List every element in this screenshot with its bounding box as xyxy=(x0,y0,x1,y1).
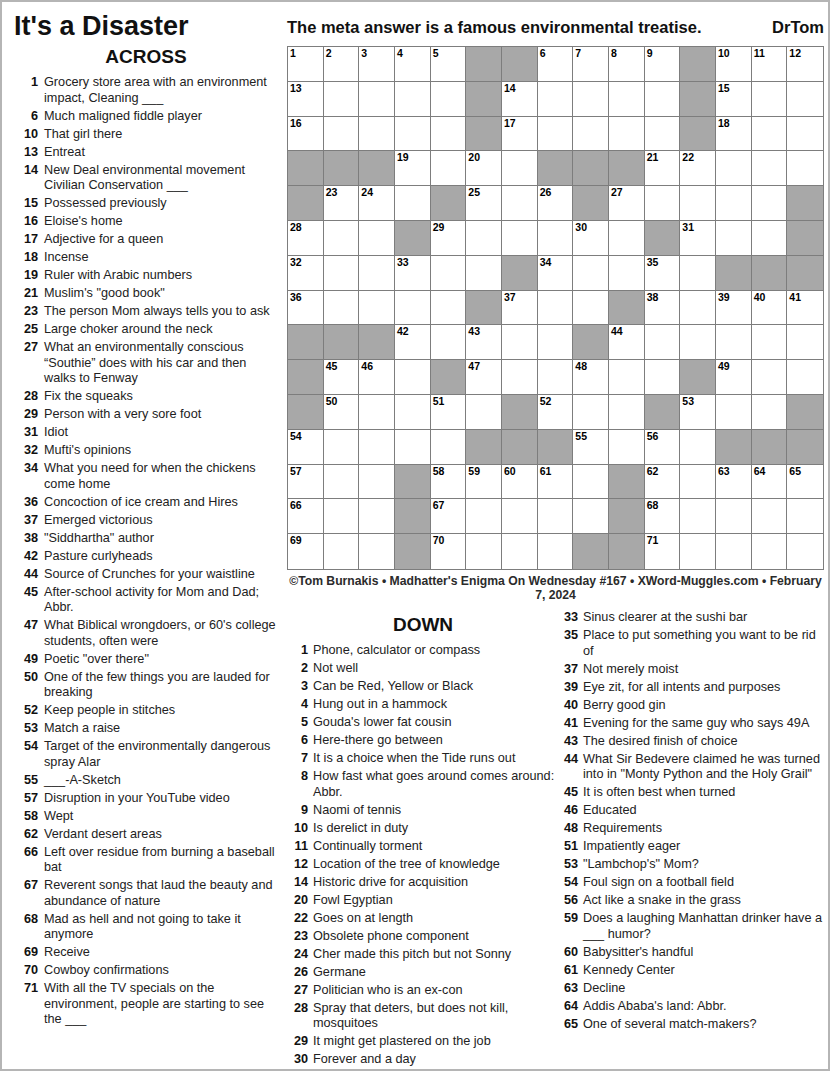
grid-cell[interactable]: 16 xyxy=(288,117,324,152)
grid-cell[interactable] xyxy=(359,534,395,569)
grid-cell[interactable] xyxy=(716,499,752,534)
down-clue: 65One of several match-makers? xyxy=(559,1017,824,1033)
down-clue: 27Politician who is an ex-con xyxy=(287,983,559,999)
grid-cell[interactable] xyxy=(716,186,752,221)
clue-text: Source of Crunches for your waistline xyxy=(44,567,255,581)
grid-cell[interactable]: 57 xyxy=(288,465,324,500)
grid-cell[interactable] xyxy=(538,82,574,117)
cell-number: 35 xyxy=(647,256,659,268)
clue-text: Left over residue from burning a basebal… xyxy=(44,845,275,875)
grid-cell[interactable]: 55 xyxy=(573,430,609,465)
grid-cell[interactable] xyxy=(645,186,681,221)
across-clue: 25Large choker around the neck xyxy=(12,322,280,338)
grid-cell[interactable] xyxy=(395,186,431,221)
grid-cell[interactable] xyxy=(502,325,538,360)
cell-number: 26 xyxy=(540,186,552,198)
cell-number: 61 xyxy=(540,465,552,477)
grid-cell[interactable]: 32 xyxy=(288,256,324,291)
grid-cell[interactable]: 30 xyxy=(573,221,609,256)
down-clue: 56Act like a snake in the grass xyxy=(559,893,824,909)
black-cell xyxy=(324,151,360,186)
grid-cell[interactable] xyxy=(752,117,788,152)
clue-number: 14 xyxy=(287,875,308,891)
grid-cell[interactable] xyxy=(716,151,752,186)
grid-cell[interactable]: 36 xyxy=(288,291,324,326)
down-clue: 64Addis Ababa's land: Abbr. xyxy=(559,999,824,1015)
grid-cell[interactable] xyxy=(502,151,538,186)
clue-number: 64 xyxy=(559,999,578,1015)
clue-text: Forever and a day xyxy=(313,1052,416,1066)
across-clue: 1Grocery store area with an environment … xyxy=(12,75,280,106)
grid-cell[interactable] xyxy=(680,186,716,221)
grid-cell[interactable] xyxy=(716,221,752,256)
clue-number: 18 xyxy=(12,250,38,266)
clue-text: Reverent songs that laud the beauty and … xyxy=(44,878,273,908)
grid-cell[interactable] xyxy=(573,82,609,117)
across-clue: 66Left over residue from burning a baseb… xyxy=(12,845,280,876)
grid-cell[interactable] xyxy=(609,221,645,256)
clue-text: Politician who is an ex-con xyxy=(313,983,463,997)
grid-cell[interactable] xyxy=(395,117,431,152)
clue-text: Can be Red, Yellow or Black xyxy=(313,679,473,693)
black-cell xyxy=(573,534,609,569)
grid-cell[interactable] xyxy=(395,395,431,430)
grid-cell[interactable] xyxy=(431,325,467,360)
down-clue: 1Phone, calculator or compass xyxy=(287,643,559,659)
puzzle-main: The meta answer is a famous environmenta… xyxy=(287,10,824,1070)
grid-cell[interactable] xyxy=(609,117,645,152)
grid-cell[interactable]: 17 xyxy=(502,117,538,152)
grid-cell[interactable] xyxy=(502,186,538,221)
grid-cell[interactable] xyxy=(395,291,431,326)
grid-cell[interactable] xyxy=(752,534,788,569)
clue-number: 14 xyxy=(12,163,38,179)
black-cell xyxy=(395,534,431,569)
across-clue: 10That girl there xyxy=(12,127,280,143)
cell-number: 25 xyxy=(468,186,480,198)
grid-cell[interactable] xyxy=(573,465,609,500)
grid-cell[interactable] xyxy=(538,360,574,395)
grid-cell[interactable]: 8 xyxy=(609,47,645,82)
clue-number: 44 xyxy=(12,567,38,583)
black-cell xyxy=(538,151,574,186)
grid-cell[interactable]: 33 xyxy=(395,256,431,291)
across-clue: 55___-A-Sketch xyxy=(12,773,280,789)
down-clue: 39Eye zit, for all intents and purposes xyxy=(559,680,824,696)
across-clue: 29Person with a very sore foot xyxy=(12,407,280,423)
clue-text: Addis Ababa's land: Abbr. xyxy=(583,999,727,1013)
grid-cell[interactable] xyxy=(466,221,502,256)
grid-cell[interactable] xyxy=(395,430,431,465)
grid-cell[interactable] xyxy=(324,430,360,465)
grid-cell[interactable] xyxy=(359,221,395,256)
grid-cell[interactable] xyxy=(752,325,788,360)
grid-cell[interactable] xyxy=(645,82,681,117)
clue-text: "Siddhartha" author xyxy=(44,531,154,545)
grid-cell[interactable]: 10 xyxy=(716,47,752,82)
cell-number: 53 xyxy=(682,395,694,407)
clue-text: Keep people in stitches xyxy=(44,703,175,717)
grid-cell[interactable] xyxy=(609,395,645,430)
grid-cell[interactable] xyxy=(752,360,788,395)
grid-cell[interactable]: 43 xyxy=(466,325,502,360)
grid-cell[interactable]: 39 xyxy=(716,291,752,326)
black-cell xyxy=(787,430,823,465)
grid-cell[interactable] xyxy=(680,534,716,569)
across-clue: 15Possessed previously xyxy=(12,196,280,212)
grid-cell[interactable] xyxy=(787,499,823,534)
grid-cell[interactable] xyxy=(573,256,609,291)
clue-number: 15 xyxy=(12,196,38,212)
grid-cell[interactable]: 20 xyxy=(466,151,502,186)
clue-text: Fowl Egyptian xyxy=(313,893,393,907)
grid-cell[interactable]: 53 xyxy=(680,395,716,430)
black-cell xyxy=(288,186,324,221)
clue-number: 10 xyxy=(12,127,38,143)
grid-cell[interactable] xyxy=(466,256,502,291)
across-clue: 28Fix the squeaks xyxy=(12,389,280,405)
grid-cell[interactable] xyxy=(359,499,395,534)
grid-cell[interactable]: 28 xyxy=(288,221,324,256)
clue-number: 53 xyxy=(12,721,38,737)
grid-cell[interactable] xyxy=(502,360,538,395)
grid-cell[interactable] xyxy=(431,151,467,186)
grid-cell[interactable]: 37 xyxy=(502,291,538,326)
clue-text: Obsolete phone component xyxy=(313,929,469,943)
grid-cell[interactable]: 2 xyxy=(324,47,360,82)
clue-text: Eloise's home xyxy=(44,214,123,228)
grid-cell[interactable] xyxy=(716,395,752,430)
clue-number: 33 xyxy=(559,610,578,626)
cell-number: 71 xyxy=(647,534,659,546)
grid-cell[interactable]: 14 xyxy=(502,82,538,117)
clue-text: Spray that deters, but does not kill, mo… xyxy=(313,1001,508,1031)
grid-cell[interactable] xyxy=(645,325,681,360)
across-clue: 70Cowboy confirmations xyxy=(12,963,280,979)
clue-number: 30 xyxy=(287,1052,308,1068)
grid-cell[interactable] xyxy=(787,534,823,569)
grid-cell[interactable] xyxy=(324,534,360,569)
grid-cell[interactable]: 44 xyxy=(609,325,645,360)
grid-cell[interactable]: 69 xyxy=(288,534,324,569)
clue-number: 70 xyxy=(12,963,38,979)
grid-cell[interactable]: 47 xyxy=(466,360,502,395)
clue-number: 26 xyxy=(287,965,308,981)
cell-number: 60 xyxy=(504,465,516,477)
grid-cell[interactable]: 48 xyxy=(573,360,609,395)
grid-cell[interactable] xyxy=(359,82,395,117)
clue-number: 68 xyxy=(12,912,38,928)
grid-cell[interactable] xyxy=(431,117,467,152)
grid-cell[interactable]: 56 xyxy=(645,430,681,465)
grid-cell[interactable]: 68 xyxy=(645,499,681,534)
cell-number: 62 xyxy=(647,465,659,477)
meta-row: The meta answer is a famous environmenta… xyxy=(287,18,824,37)
grid-cell[interactable] xyxy=(324,499,360,534)
clue-text: Location of the tree of knowledge xyxy=(313,857,500,871)
grid-cell[interactable]: 15 xyxy=(716,82,752,117)
clue-number: 1 xyxy=(287,643,308,659)
down-clue: 33Sinus clearer at the sushi bar xyxy=(559,610,824,626)
grid-cell[interactable] xyxy=(395,360,431,395)
down-clue: 60Babysitter's handful xyxy=(559,945,824,961)
grid-cell[interactable] xyxy=(395,82,431,117)
grid-cell[interactable] xyxy=(716,325,752,360)
grid-cell[interactable] xyxy=(538,221,574,256)
grid-cell[interactable] xyxy=(645,117,681,152)
grid-cell[interactable] xyxy=(609,360,645,395)
cell-number: 22 xyxy=(682,151,694,163)
cell-number: 56 xyxy=(647,430,659,442)
clue-number: 36 xyxy=(12,495,38,511)
puzzle-title: It's a Disaster xyxy=(14,10,280,42)
across-clue-list: 1Grocery store area with an environment … xyxy=(12,75,280,1028)
grid-cell[interactable] xyxy=(787,117,823,152)
black-cell xyxy=(609,534,645,569)
grid-cell[interactable] xyxy=(538,499,574,534)
down-clue: 54Foul sign on a football field xyxy=(559,875,824,891)
grid-cell[interactable] xyxy=(466,534,502,569)
black-cell xyxy=(680,47,716,82)
clue-text: What Sir Bedevere claimed he was turned … xyxy=(583,752,820,782)
grid-cell[interactable] xyxy=(431,430,467,465)
grid-cell[interactable] xyxy=(359,117,395,152)
grid-cell[interactable] xyxy=(609,430,645,465)
grid-cell[interactable]: 50 xyxy=(324,395,360,430)
grid-cell[interactable] xyxy=(752,499,788,534)
grid-cell[interactable] xyxy=(324,256,360,291)
grid-cell[interactable] xyxy=(573,291,609,326)
grid-cell[interactable]: 5 xyxy=(431,47,467,82)
grid-cell[interactable]: 60 xyxy=(502,465,538,500)
grid-cell[interactable]: 51 xyxy=(431,395,467,430)
grid-cell[interactable] xyxy=(502,534,538,569)
grid-cell[interactable] xyxy=(431,256,467,291)
grid-cell[interactable] xyxy=(466,499,502,534)
clue-text: Fix the squeaks xyxy=(44,389,133,403)
down-clue: 41Evening for the same guy who says 49A xyxy=(559,716,824,732)
clue-number: 23 xyxy=(12,304,38,320)
cell-number: 18 xyxy=(718,117,730,129)
grid-cell[interactable]: 41 xyxy=(787,291,823,326)
clue-text: Not well xyxy=(313,661,358,675)
clue-number: 69 xyxy=(12,945,38,961)
grid-cell[interactable]: 18 xyxy=(716,117,752,152)
clue-number: 49 xyxy=(12,652,38,668)
grid-cell[interactable] xyxy=(680,291,716,326)
grid-cell[interactable]: 22 xyxy=(680,151,716,186)
clue-text: Idiot xyxy=(44,425,68,439)
grid-cell[interactable]: 40 xyxy=(752,291,788,326)
clue-number: 46 xyxy=(559,803,578,819)
grid-cell[interactable]: 35 xyxy=(645,256,681,291)
grid-cell[interactable]: 19 xyxy=(395,151,431,186)
grid-cell[interactable] xyxy=(431,291,467,326)
clue-text: Incense xyxy=(44,250,88,264)
cell-number: 9 xyxy=(647,47,653,59)
grid-cell[interactable] xyxy=(609,256,645,291)
cell-number: 65 xyxy=(789,465,801,477)
grid-cell[interactable]: 29 xyxy=(431,221,467,256)
black-cell xyxy=(609,291,645,326)
grid-cell[interactable] xyxy=(359,291,395,326)
down-clue: 9Naomi of tennis xyxy=(287,803,559,819)
grid-cell[interactable]: 66 xyxy=(288,499,324,534)
clue-number: 13 xyxy=(12,145,38,161)
grid-cell[interactable] xyxy=(324,117,360,152)
grid-cell[interactable]: 42 xyxy=(395,325,431,360)
black-cell xyxy=(716,256,752,291)
grid-cell[interactable] xyxy=(359,465,395,500)
cell-number: 67 xyxy=(433,499,445,511)
grid-cell[interactable] xyxy=(538,325,574,360)
grid-cell[interactable]: 70 xyxy=(431,534,467,569)
grid-cell[interactable] xyxy=(324,291,360,326)
grid-cell[interactable] xyxy=(787,360,823,395)
grid-cell[interactable] xyxy=(787,82,823,117)
grid-cell[interactable] xyxy=(573,117,609,152)
cell-number: 36 xyxy=(290,291,302,303)
clue-number: 19 xyxy=(12,268,38,284)
clue-number: 52 xyxy=(12,703,38,719)
cell-number: 29 xyxy=(433,221,445,233)
grid-cell[interactable] xyxy=(645,360,681,395)
grid-cell[interactable] xyxy=(324,465,360,500)
grid-cell[interactable]: 54 xyxy=(288,430,324,465)
grid-cell[interactable]: 4 xyxy=(395,47,431,82)
cell-number: 57 xyxy=(290,465,302,477)
grid-cell[interactable]: 26 xyxy=(538,186,574,221)
grid-cell[interactable]: 71 xyxy=(645,534,681,569)
grid-cell[interactable]: 3 xyxy=(359,47,395,82)
across-clue: 16Eloise's home xyxy=(12,214,280,230)
clue-text: Babysitter's handful xyxy=(583,945,693,959)
grid-cell[interactable] xyxy=(680,325,716,360)
grid-cell[interactable]: 62 xyxy=(645,465,681,500)
grid-cell[interactable]: 63 xyxy=(716,465,752,500)
grid-cell[interactable] xyxy=(752,151,788,186)
black-cell xyxy=(288,360,324,395)
clue-text: Naomi of tennis xyxy=(313,803,401,817)
across-clue: 67Reverent songs that laud the beauty an… xyxy=(12,878,280,909)
grid-cell[interactable]: 61 xyxy=(538,465,574,500)
black-cell xyxy=(787,256,823,291)
clue-text: One of the few things you are lauded for… xyxy=(44,670,270,700)
grid-cell[interactable] xyxy=(752,186,788,221)
clue-number: 67 xyxy=(12,878,38,894)
clue-number: 54 xyxy=(12,739,38,755)
grid-cell[interactable] xyxy=(680,499,716,534)
clue-text: Possessed previously xyxy=(44,196,167,210)
grid-cell[interactable] xyxy=(752,221,788,256)
clue-number: 44 xyxy=(559,752,578,768)
grid-cell[interactable] xyxy=(359,395,395,430)
clue-text: Impatiently eager xyxy=(583,839,680,853)
cell-number: 6 xyxy=(540,47,546,59)
grid-cell[interactable]: 27 xyxy=(609,186,645,221)
down-clue: 8How fast what goes around comes around:… xyxy=(287,769,559,800)
grid-cell[interactable] xyxy=(538,291,574,326)
grid-cell[interactable]: 38 xyxy=(645,291,681,326)
grid-cell[interactable]: 21 xyxy=(645,151,681,186)
clue-text: Is derelict in duty xyxy=(313,821,408,835)
grid-cell[interactable]: 64 xyxy=(752,465,788,500)
across-clue: 14New Deal environmental movement Civili… xyxy=(12,163,280,194)
grid-cell[interactable] xyxy=(787,325,823,360)
clue-number: 25 xyxy=(12,322,38,338)
down-clue: 63Decline xyxy=(559,981,824,997)
grid-cell[interactable] xyxy=(787,151,823,186)
grid-cell[interactable]: 23 xyxy=(324,186,360,221)
down-clue-list-2: 33Sinus clearer at the sushi bar35Place … xyxy=(559,610,824,1032)
grid-cell[interactable]: 9 xyxy=(645,47,681,82)
grid-cell[interactable]: 1 xyxy=(288,47,324,82)
grid-cell[interactable]: 12 xyxy=(787,47,823,82)
grid-cell[interactable] xyxy=(538,117,574,152)
grid-cell[interactable] xyxy=(716,534,752,569)
grid-cell[interactable] xyxy=(538,534,574,569)
grid-cell[interactable] xyxy=(359,430,395,465)
clue-text: It is often best when turned xyxy=(583,785,735,799)
grid-cell[interactable] xyxy=(609,82,645,117)
grid-cell[interactable]: 46 xyxy=(359,360,395,395)
clue-text: Emerged victorious xyxy=(44,513,153,527)
grid-cell[interactable]: 25 xyxy=(466,186,502,221)
cell-number: 16 xyxy=(290,117,302,129)
grid-cell[interactable]: 31 xyxy=(680,221,716,256)
grid-cell[interactable] xyxy=(359,256,395,291)
grid-cell[interactable] xyxy=(752,82,788,117)
across-clue: 27What an environmentally conscious “Sou… xyxy=(12,340,280,387)
grid-cell[interactable] xyxy=(680,465,716,500)
grid-cell[interactable] xyxy=(680,430,716,465)
grid-cell[interactable] xyxy=(431,82,467,117)
grid-cell[interactable] xyxy=(573,395,609,430)
grid-cell[interactable]: 52 xyxy=(538,395,574,430)
grid-cell[interactable]: 45 xyxy=(324,360,360,395)
grid-cell[interactable] xyxy=(680,256,716,291)
grid-cell[interactable]: 24 xyxy=(359,186,395,221)
down-clue: 12Location of the tree of knowledge xyxy=(287,857,559,873)
grid-cell[interactable]: 11 xyxy=(752,47,788,82)
across-clue: 23The person Mom always tells you to ask xyxy=(12,304,280,320)
grid-cell[interactable] xyxy=(324,221,360,256)
grid-cell[interactable]: 58 xyxy=(431,465,467,500)
black-cell xyxy=(395,465,431,500)
grid-cell[interactable]: 59 xyxy=(466,465,502,500)
cell-number: 46 xyxy=(361,360,373,372)
black-cell xyxy=(716,430,752,465)
grid-cell[interactable]: 6 xyxy=(538,47,574,82)
black-cell xyxy=(787,221,823,256)
grid-cell[interactable] xyxy=(502,499,538,534)
grid-cell[interactable] xyxy=(573,499,609,534)
grid-cell[interactable] xyxy=(752,395,788,430)
grid-cell[interactable]: 49 xyxy=(716,360,752,395)
grid-cell[interactable]: 13 xyxy=(288,82,324,117)
grid-cell[interactable]: 34 xyxy=(538,256,574,291)
grid-cell[interactable] xyxy=(466,395,502,430)
clue-text: Hung out in a hammock xyxy=(313,697,447,711)
grid-cell[interactable] xyxy=(324,82,360,117)
cell-number: 42 xyxy=(397,325,409,337)
grid-cell[interactable]: 67 xyxy=(431,499,467,534)
cell-number: 17 xyxy=(504,117,516,129)
grid-cell[interactable]: 65 xyxy=(787,465,823,500)
grid-cell[interactable] xyxy=(502,221,538,256)
grid-cell[interactable]: 7 xyxy=(573,47,609,82)
clue-text: ___-A-Sketch xyxy=(44,773,121,787)
